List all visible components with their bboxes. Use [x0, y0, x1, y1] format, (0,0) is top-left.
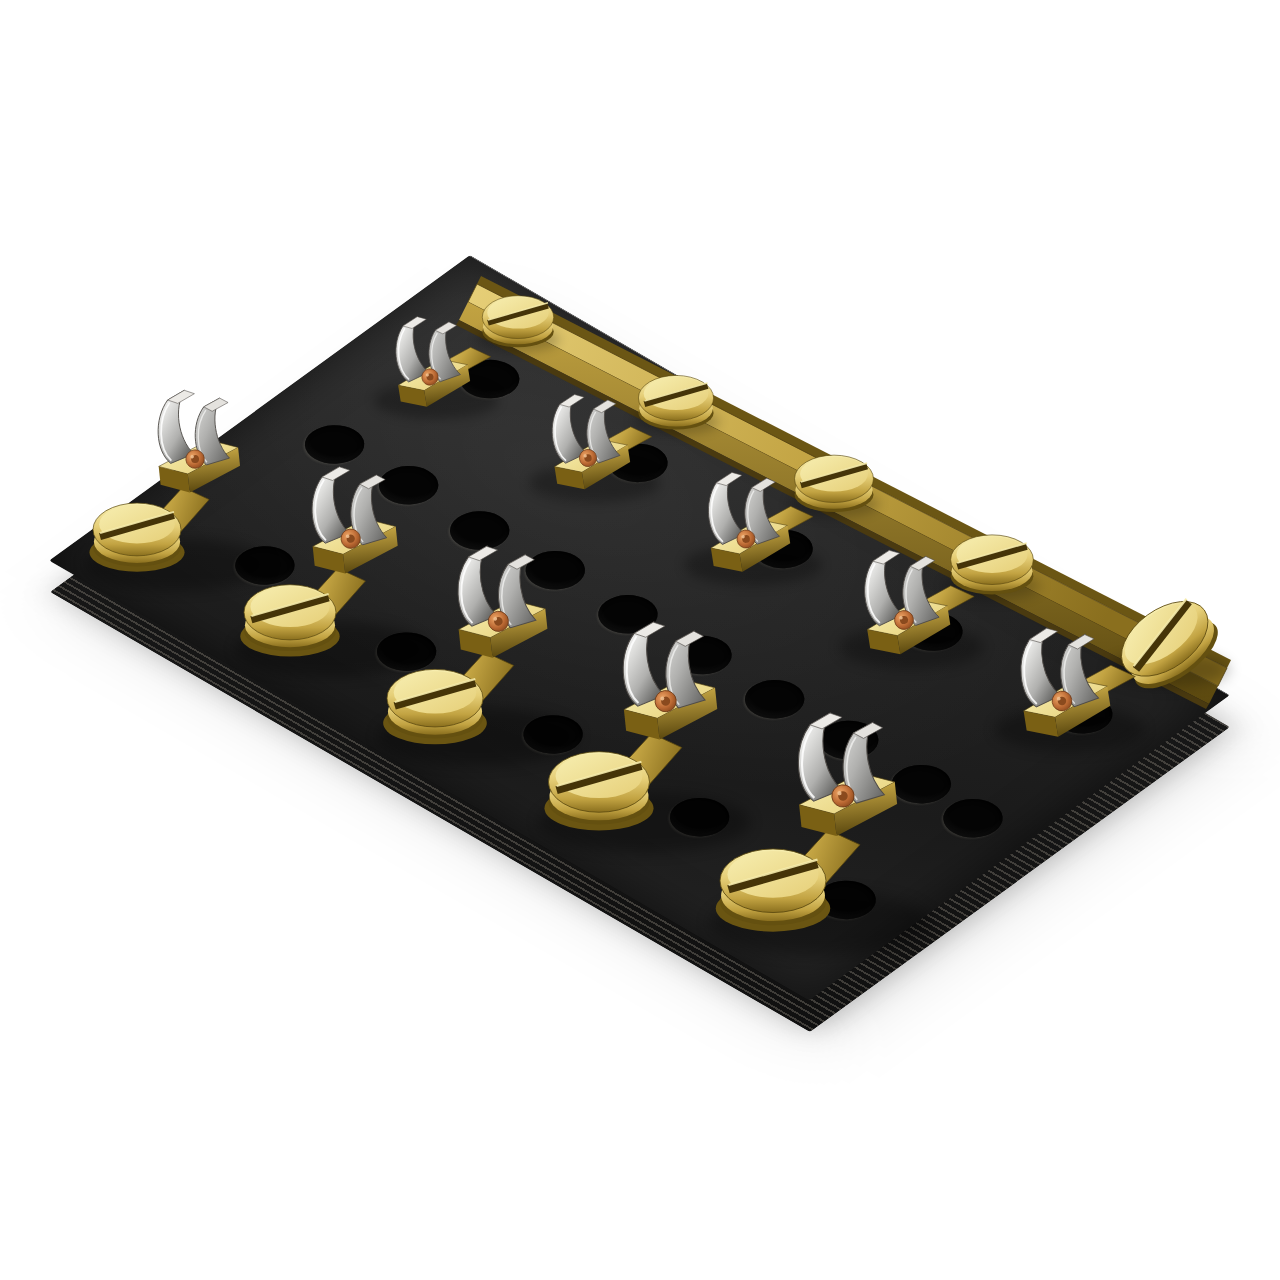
fuse-board-hole — [511, 707, 595, 761]
fuse-board-hole — [223, 538, 307, 592]
fuse-board-hole — [804, 873, 888, 927]
fuse-board-hole — [1041, 687, 1125, 741]
fuse-board-top — [49, 255, 1230, 1001]
fuse-board-hole — [931, 791, 1015, 845]
fuse-board-hole — [807, 713, 891, 767]
fuse-board-hole — [365, 624, 449, 678]
fuse-board-hole — [513, 543, 597, 597]
fuse-board-hole — [733, 672, 817, 726]
product-photo-stage — [0, 0, 1280, 1280]
fuse-board-hole — [596, 436, 680, 490]
fuse-board-hole — [586, 587, 670, 641]
fuse-board-hole — [658, 790, 742, 844]
fuse-board-hole — [879, 757, 963, 811]
fuse-board-hole — [438, 503, 522, 557]
fuse-board-hole — [293, 417, 377, 471]
fuse-board-hole — [367, 458, 451, 512]
holes-layer — [469, 256, 1229, 696]
fuse-board-hole — [448, 352, 532, 406]
fuse-board-hole — [741, 522, 825, 576]
fuse-board-hole — [891, 604, 975, 658]
fuse-board-hole — [660, 628, 744, 682]
